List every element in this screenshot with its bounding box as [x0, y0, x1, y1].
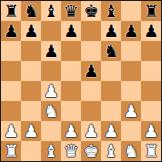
black-pawn: ♟ — [23, 21, 38, 41]
black-pawn: ♟ — [83, 61, 98, 81]
square-g8[interactable] — [121, 1, 141, 21]
square-g2[interactable] — [121, 121, 141, 141]
square-g7[interactable]: ♟ — [121, 21, 141, 41]
square-h7[interactable]: ♟ — [141, 21, 161, 41]
white-queen: ♛ — [63, 141, 78, 161]
square-e8[interactable]: ♚ — [81, 1, 101, 21]
white-pawn: ♟ — [103, 121, 118, 141]
black-rook: ♜ — [3, 1, 18, 21]
square-b4[interactable] — [21, 81, 41, 101]
square-b2[interactable]: ♟ — [21, 121, 41, 141]
black-pawn: ♟ — [63, 21, 78, 41]
white-rook: ♜ — [3, 141, 18, 161]
square-f3[interactable] — [101, 101, 121, 121]
square-c8[interactable]: ♝ — [41, 1, 61, 21]
white-pawn: ♟ — [3, 121, 18, 141]
square-b8[interactable]: ♞ — [21, 1, 41, 21]
white-bishop: ♝ — [103, 141, 118, 161]
white-knight: ♞ — [123, 141, 138, 161]
square-g3[interactable]: ♟ — [121, 101, 141, 121]
square-e7[interactable] — [81, 21, 101, 41]
white-rook: ♜ — [143, 141, 158, 161]
square-f1[interactable]: ♝ — [101, 141, 121, 161]
square-h3[interactable] — [141, 101, 161, 121]
square-a5[interactable] — [1, 61, 21, 81]
white-knight: ♞ — [43, 101, 58, 121]
square-h1[interactable]: ♜ — [141, 141, 161, 161]
square-d1[interactable]: ♛ — [61, 141, 81, 161]
white-pawn: ♟ — [23, 121, 38, 141]
square-d2[interactable]: ♟ — [61, 121, 81, 141]
square-f5[interactable] — [101, 61, 121, 81]
square-e6[interactable] — [81, 41, 101, 61]
white-pawn: ♟ — [143, 121, 158, 141]
white-bishop: ♝ — [43, 141, 58, 161]
square-d7[interactable]: ♟ — [61, 21, 81, 41]
black-rook: ♜ — [143, 1, 158, 21]
square-e5[interactable]: ♟ — [81, 61, 101, 81]
white-pawn: ♟ — [63, 121, 78, 141]
square-a1[interactable]: ♜ — [1, 141, 21, 161]
square-f6[interactable]: ♞ — [101, 41, 121, 61]
square-h6[interactable] — [141, 41, 161, 61]
square-a2[interactable]: ♟ — [1, 121, 21, 141]
square-h2[interactable]: ♟ — [141, 121, 161, 141]
square-a4[interactable] — [1, 81, 21, 101]
square-d3[interactable] — [61, 101, 81, 121]
black-pawn: ♟ — [123, 21, 138, 41]
black-bishop: ♝ — [43, 1, 58, 21]
square-f8[interactable]: ♝ — [101, 1, 121, 21]
square-c6[interactable]: ♟ — [41, 41, 61, 61]
black-king: ♚ — [83, 1, 98, 21]
white-pawn: ♟ — [43, 81, 58, 101]
square-b6[interactable] — [21, 41, 41, 61]
square-e3[interactable] — [81, 101, 101, 121]
square-d8[interactable]: ♛ — [61, 1, 81, 21]
black-queen: ♛ — [63, 1, 78, 21]
white-pawn: ♟ — [123, 101, 138, 121]
black-pawn: ♟ — [103, 21, 118, 41]
square-h4[interactable] — [141, 81, 161, 101]
black-bishop: ♝ — [103, 1, 118, 21]
square-g5[interactable] — [121, 61, 141, 81]
square-a8[interactable]: ♜ — [1, 1, 21, 21]
black-knight: ♞ — [103, 41, 118, 61]
square-c1[interactable]: ♝ — [41, 141, 61, 161]
square-g1[interactable]: ♞ — [121, 141, 141, 161]
square-e2[interactable]: ♟ — [81, 121, 101, 141]
square-h8[interactable]: ♜ — [141, 1, 161, 21]
square-b1[interactable] — [21, 141, 41, 161]
square-h5[interactable] — [141, 61, 161, 81]
black-knight: ♞ — [23, 1, 38, 21]
square-c2[interactable] — [41, 121, 61, 141]
white-pawn: ♟ — [83, 121, 98, 141]
square-f4[interactable] — [101, 81, 121, 101]
square-d6[interactable] — [61, 41, 81, 61]
square-f7[interactable]: ♟ — [101, 21, 121, 41]
square-b3[interactable] — [21, 101, 41, 121]
square-c3[interactable]: ♞ — [41, 101, 61, 121]
square-a7[interactable]: ♟ — [1, 21, 21, 41]
square-g6[interactable] — [121, 41, 141, 61]
white-king: ♚ — [83, 141, 98, 161]
square-f2[interactable]: ♟ — [101, 121, 121, 141]
square-d5[interactable] — [61, 61, 81, 81]
square-a3[interactable] — [1, 101, 21, 121]
square-c7[interactable] — [41, 21, 61, 41]
black-pawn: ♟ — [3, 21, 18, 41]
black-pawn: ♟ — [143, 21, 158, 41]
square-a6[interactable] — [1, 41, 21, 61]
square-c4[interactable]: ♟ — [41, 81, 61, 101]
square-c5[interactable] — [41, 61, 61, 81]
square-g4[interactable] — [121, 81, 141, 101]
square-b7[interactable]: ♟ — [21, 21, 41, 41]
square-e4[interactable] — [81, 81, 101, 101]
chess-board: ♜♞♝♛♚♝♜♟♟♟♟♟♟♟♞♟♟♞♟♟♟♟♟♟♟♜♝♛♚♝♞♜ — [0, 0, 162, 162]
square-d4[interactable] — [61, 81, 81, 101]
square-e1[interactable]: ♚ — [81, 141, 101, 161]
black-pawn: ♟ — [43, 41, 58, 61]
square-b5[interactable] — [21, 61, 41, 81]
